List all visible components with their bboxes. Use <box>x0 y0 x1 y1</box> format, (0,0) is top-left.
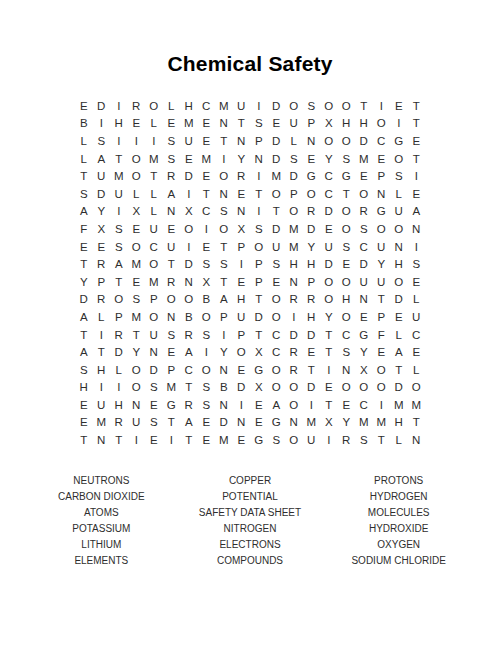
grid-cell-r5c9[interactable]: O <box>215 167 233 185</box>
grid-cell-r4c18[interactable]: E <box>373 150 391 168</box>
grid-cell-r2c17[interactable]: H <box>355 115 373 133</box>
grid-cell-r8c7[interactable]: O <box>180 220 198 238</box>
grid-cell-r14c20[interactable]: C <box>408 326 426 344</box>
grid-cell-r11c19[interactable]: O <box>390 273 408 291</box>
grid-cell-r4c19[interactable]: O <box>390 150 408 168</box>
grid-cell-r9c8[interactable]: E <box>198 238 216 256</box>
grid-cell-r6c17[interactable]: O <box>355 185 373 203</box>
grid-cell-r15c14[interactable]: E <box>303 343 321 361</box>
grid-cell-r17c18[interactable]: O <box>373 379 391 397</box>
grid-cell-r10c16[interactable]: E <box>338 255 356 273</box>
grid-cell-r16c5[interactable]: D <box>145 361 163 379</box>
grid-cell-r14c10[interactable]: P <box>233 326 251 344</box>
grid-cell-r18c2[interactable]: U <box>93 396 111 414</box>
grid-cell-r11c16[interactable]: O <box>338 273 356 291</box>
grid-cell-r12c12[interactable]: O <box>268 291 286 309</box>
grid-cell-r11c8[interactable]: X <box>198 273 216 291</box>
grid-cell-r14c3[interactable]: R <box>110 326 128 344</box>
grid-cell-r3c6[interactable]: S <box>163 132 181 150</box>
grid-cell-r13c5[interactable]: O <box>145 308 163 326</box>
grid-cell-r17c8[interactable]: S <box>198 379 216 397</box>
grid-cell-r9c9[interactable]: T <box>215 238 233 256</box>
grid-cell-r8c20[interactable]: N <box>408 220 426 238</box>
grid-cell-r1c8[interactable]: C <box>198 97 216 115</box>
grid-cell-r7c18[interactable]: G <box>373 203 391 221</box>
grid-cell-r3c15[interactable]: O <box>320 132 338 150</box>
grid-cell-r8c5[interactable]: U <box>145 220 163 238</box>
grid-cell-r10c20[interactable]: S <box>408 255 426 273</box>
grid-cell-r15c7[interactable]: A <box>180 343 198 361</box>
grid-cell-r9c5[interactable]: C <box>145 238 163 256</box>
grid-cell-r18c1[interactable]: E <box>75 396 93 414</box>
grid-cell-r17c12[interactable]: O <box>268 379 286 397</box>
grid-cell-r5c13[interactable]: D <box>285 167 303 185</box>
grid-cell-r13c8[interactable]: O <box>198 308 216 326</box>
grid-cell-r8c17[interactable]: S <box>355 220 373 238</box>
grid-cell-r12c4[interactable]: S <box>128 291 146 309</box>
grid-cell-r7c13[interactable]: O <box>285 203 303 221</box>
grid-cell-r18c14[interactable]: I <box>303 396 321 414</box>
grid-cell-r15c18[interactable]: E <box>373 343 391 361</box>
grid-cell-r13c11[interactable]: D <box>250 308 268 326</box>
grid-cell-r8c4[interactable]: E <box>128 220 146 238</box>
grid-cell-r10c9[interactable]: S <box>215 255 233 273</box>
grid-cell-r16c3[interactable]: L <box>110 361 128 379</box>
grid-cell-r2c6[interactable]: E <box>163 115 181 133</box>
grid-cell-r11c13[interactable]: N <box>285 273 303 291</box>
grid-cell-r9c7[interactable]: I <box>180 238 198 256</box>
grid-cell-r7c7[interactable]: X <box>180 203 198 221</box>
grid-cell-r15c5[interactable]: N <box>145 343 163 361</box>
grid-cell-r1c19[interactable]: E <box>390 97 408 115</box>
grid-cell-r16c13[interactable]: R <box>285 361 303 379</box>
grid-cell-r6c18[interactable]: N <box>373 185 391 203</box>
grid-cell-r8c19[interactable]: O <box>390 220 408 238</box>
grid-cell-r11c15[interactable]: O <box>320 273 338 291</box>
grid-cell-r7c17[interactable]: R <box>355 203 373 221</box>
grid-cell-r3c4[interactable]: I <box>128 132 146 150</box>
grid-cell-r17c11[interactable]: X <box>250 379 268 397</box>
grid-cell-r5c12[interactable]: M <box>268 167 286 185</box>
grid-cell-r20c10[interactable]: E <box>233 431 251 449</box>
grid-cell-r7c4[interactable]: X <box>128 203 146 221</box>
grid-cell-r1c2[interactable]: D <box>93 97 111 115</box>
grid-cell-r5c14[interactable]: G <box>303 167 321 185</box>
grid-cell-r2c2[interactable]: I <box>93 115 111 133</box>
grid-cell-r19c20[interactable]: T <box>408 414 426 432</box>
grid-cell-r16c7[interactable]: C <box>180 361 198 379</box>
grid-cell-r19c1[interactable]: E <box>75 414 93 432</box>
grid-cell-r6c16[interactable]: T <box>338 185 356 203</box>
grid-cell-r5c4[interactable]: O <box>128 167 146 185</box>
grid-cell-r18c11[interactable]: E <box>250 396 268 414</box>
grid-cell-r4c1[interactable]: L <box>75 150 93 168</box>
grid-cell-r2c7[interactable]: M <box>180 115 198 133</box>
grid-cell-r1c20[interactable]: T <box>408 97 426 115</box>
grid-cell-r1c14[interactable]: S <box>303 97 321 115</box>
grid-cell-r6c10[interactable]: E <box>233 185 251 203</box>
grid-cell-r19c13[interactable]: N <box>285 414 303 432</box>
grid-cell-r10c15[interactable]: D <box>320 255 338 273</box>
grid-cell-r1c18[interactable]: I <box>373 97 391 115</box>
grid-cell-r15c12[interactable]: C <box>268 343 286 361</box>
grid-cell-r15c15[interactable]: T <box>320 343 338 361</box>
grid-cell-r1c13[interactable]: O <box>285 97 303 115</box>
grid-cell-r19c14[interactable]: M <box>303 414 321 432</box>
grid-cell-r12c19[interactable]: D <box>390 291 408 309</box>
grid-cell-r11c10[interactable]: E <box>233 273 251 291</box>
grid-cell-r4c3[interactable]: T <box>110 150 128 168</box>
grid-cell-r10c14[interactable]: H <box>303 255 321 273</box>
grid-cell-r15c20[interactable]: E <box>408 343 426 361</box>
grid-cell-r3c7[interactable]: U <box>180 132 198 150</box>
grid-cell-r12c1[interactable]: D <box>75 291 93 309</box>
grid-cell-r8c18[interactable]: O <box>373 220 391 238</box>
grid-cell-r7c20[interactable]: A <box>408 203 426 221</box>
grid-cell-r20c11[interactable]: G <box>250 431 268 449</box>
grid-cell-r12c10[interactable]: H <box>233 291 251 309</box>
grid-cell-r12c3[interactable]: O <box>110 291 128 309</box>
grid-cell-r18c15[interactable]: T <box>320 396 338 414</box>
grid-cell-r8c11[interactable]: S <box>250 220 268 238</box>
grid-cell-r1c16[interactable]: O <box>338 97 356 115</box>
grid-cell-r16c15[interactable]: I <box>320 361 338 379</box>
grid-cell-r5c8[interactable]: E <box>198 167 216 185</box>
grid-cell-r4c13[interactable]: S <box>285 150 303 168</box>
grid-cell-r9c2[interactable]: E <box>93 238 111 256</box>
grid-cell-r19c3[interactable]: R <box>110 414 128 432</box>
grid-cell-r15c2[interactable]: T <box>93 343 111 361</box>
grid-cell-r14c6[interactable]: S <box>163 326 181 344</box>
grid-cell-r13c16[interactable]: O <box>338 308 356 326</box>
grid-cell-r11c2[interactable]: P <box>93 273 111 291</box>
grid-cell-r7c14[interactable]: R <box>303 203 321 221</box>
grid-cell-r2c1[interactable]: B <box>75 115 93 133</box>
grid-cell-r13c18[interactable]: P <box>373 308 391 326</box>
grid-cell-r4c2[interactable]: A <box>93 150 111 168</box>
grid-cell-r3c18[interactable]: C <box>373 132 391 150</box>
grid-cell-r9c6[interactable]: U <box>163 238 181 256</box>
grid-cell-r13c6[interactable]: N <box>163 308 181 326</box>
grid-cell-r14c13[interactable]: D <box>285 326 303 344</box>
grid-cell-r1c5[interactable]: O <box>145 97 163 115</box>
grid-cell-r15c1[interactable]: A <box>75 343 93 361</box>
grid-cell-r14c14[interactable]: D <box>303 326 321 344</box>
grid-cell-r6c8[interactable]: T <box>198 185 216 203</box>
grid-cell-r6c20[interactable]: E <box>408 185 426 203</box>
grid-cell-r13c15[interactable]: Y <box>320 308 338 326</box>
grid-cell-r13c2[interactable]: L <box>93 308 111 326</box>
grid-cell-r17c15[interactable]: E <box>320 379 338 397</box>
grid-cell-r16c1[interactable]: S <box>75 361 93 379</box>
grid-cell-r17c19[interactable]: D <box>390 379 408 397</box>
grid-cell-r3c9[interactable]: T <box>215 132 233 150</box>
grid-cell-r13c4[interactable]: M <box>128 308 146 326</box>
grid-cell-r11c3[interactable]: T <box>110 273 128 291</box>
grid-cell-r3c16[interactable]: O <box>338 132 356 150</box>
grid-cell-r18c12[interactable]: A <box>268 396 286 414</box>
grid-cell-r19c9[interactable]: D <box>215 414 233 432</box>
grid-cell-r10c19[interactable]: H <box>390 255 408 273</box>
grid-cell-r2c10[interactable]: T <box>233 115 251 133</box>
grid-cell-r16c2[interactable]: H <box>93 361 111 379</box>
grid-cell-r18c20[interactable]: M <box>408 396 426 414</box>
grid-cell-r12c7[interactable]: O <box>180 291 198 309</box>
grid-cell-r1c12[interactable]: D <box>268 97 286 115</box>
grid-cell-r9c12[interactable]: U <box>268 238 286 256</box>
grid-cell-r6c14[interactable]: O <box>303 185 321 203</box>
grid-cell-r9c14[interactable]: Y <box>303 238 321 256</box>
grid-cell-r5c3[interactable]: M <box>110 167 128 185</box>
grid-cell-r10c11[interactable]: P <box>250 255 268 273</box>
grid-cell-r16c11[interactable]: G <box>250 361 268 379</box>
grid-cell-r12c13[interactable]: R <box>285 291 303 309</box>
grid-cell-r9c16[interactable]: S <box>338 238 356 256</box>
grid-cell-r12c6[interactable]: O <box>163 291 181 309</box>
grid-cell-r5c18[interactable]: P <box>373 167 391 185</box>
grid-cell-r11c18[interactable]: U <box>373 273 391 291</box>
grid-cell-r6c7[interactable]: I <box>180 185 198 203</box>
grid-cell-r5c15[interactable]: C <box>320 167 338 185</box>
grid-cell-r20c7[interactable]: T <box>180 431 198 449</box>
grid-cell-r3c10[interactable]: N <box>233 132 251 150</box>
grid-cell-r3c11[interactable]: P <box>250 132 268 150</box>
grid-cell-r3c14[interactable]: N <box>303 132 321 150</box>
grid-cell-r20c3[interactable]: T <box>110 431 128 449</box>
grid-cell-r4c20[interactable]: T <box>408 150 426 168</box>
grid-cell-r20c14[interactable]: U <box>303 431 321 449</box>
grid-cell-r12c17[interactable]: N <box>355 291 373 309</box>
grid-cell-r17c4[interactable]: O <box>128 379 146 397</box>
grid-cell-r10c12[interactable]: S <box>268 255 286 273</box>
grid-cell-r15c6[interactable]: E <box>163 343 181 361</box>
grid-cell-r18c9[interactable]: N <box>215 396 233 414</box>
grid-cell-r3c19[interactable]: G <box>390 132 408 150</box>
grid-cell-r2c20[interactable]: T <box>408 115 426 133</box>
grid-cell-r12c14[interactable]: R <box>303 291 321 309</box>
grid-cell-r18c5[interactable]: E <box>145 396 163 414</box>
grid-cell-r6c11[interactable]: T <box>250 185 268 203</box>
grid-cell-r5c6[interactable]: R <box>163 167 181 185</box>
grid-cell-r13c12[interactable]: O <box>268 308 286 326</box>
grid-cell-r8c13[interactable]: M <box>285 220 303 238</box>
grid-cell-r7c19[interactable]: U <box>390 203 408 221</box>
grid-cell-r17c2[interactable]: I <box>93 379 111 397</box>
grid-cell-r14c1[interactable]: T <box>75 326 93 344</box>
grid-cell-r15c19[interactable]: A <box>390 343 408 361</box>
grid-cell-r13c10[interactable]: U <box>233 308 251 326</box>
grid-cell-r7c1[interactable]: A <box>75 203 93 221</box>
grid-cell-r15c3[interactable]: D <box>110 343 128 361</box>
grid-cell-r9c15[interactable]: U <box>320 238 338 256</box>
grid-cell-r14c7[interactable]: R <box>180 326 198 344</box>
grid-cell-r4c15[interactable]: Y <box>320 150 338 168</box>
grid-cell-r9c1[interactable]: E <box>75 238 93 256</box>
grid-cell-r1c10[interactable]: U <box>233 97 251 115</box>
grid-cell-r15c9[interactable]: Y <box>215 343 233 361</box>
grid-cell-r12c20[interactable]: L <box>408 291 426 309</box>
grid-cell-r13c1[interactable]: A <box>75 308 93 326</box>
grid-cell-r17c6[interactable]: M <box>163 379 181 397</box>
grid-cell-r4c9[interactable]: I <box>215 150 233 168</box>
grid-cell-r16c16[interactable]: N <box>338 361 356 379</box>
grid-cell-r20c5[interactable]: E <box>145 431 163 449</box>
grid-cell-r14c19[interactable]: L <box>390 326 408 344</box>
grid-cell-r9c19[interactable]: N <box>390 238 408 256</box>
grid-cell-r7c10[interactable]: N <box>233 203 251 221</box>
grid-cell-r11c7[interactable]: N <box>180 273 198 291</box>
grid-cell-r20c19[interactable]: L <box>390 431 408 449</box>
grid-cell-r20c16[interactable]: R <box>338 431 356 449</box>
grid-cell-r16c10[interactable]: E <box>233 361 251 379</box>
grid-cell-r18c6[interactable]: G <box>163 396 181 414</box>
grid-cell-r7c3[interactable]: I <box>110 203 128 221</box>
grid-cell-r7c16[interactable]: O <box>338 203 356 221</box>
grid-cell-r16c17[interactable]: X <box>355 361 373 379</box>
grid-cell-r19c11[interactable]: E <box>250 414 268 432</box>
grid-cell-r6c3[interactable]: U <box>110 185 128 203</box>
grid-cell-r2c4[interactable]: E <box>128 115 146 133</box>
grid-cell-r18c4[interactable]: N <box>128 396 146 414</box>
grid-cell-r2c12[interactable]: E <box>268 115 286 133</box>
grid-cell-r4c6[interactable]: S <box>163 150 181 168</box>
grid-cell-r8c3[interactable]: S <box>110 220 128 238</box>
grid-cell-r20c2[interactable]: N <box>93 431 111 449</box>
grid-cell-r14c11[interactable]: T <box>250 326 268 344</box>
grid-cell-r9c13[interactable]: M <box>285 238 303 256</box>
grid-cell-r3c3[interactable]: I <box>110 132 128 150</box>
grid-cell-r1c15[interactable]: O <box>320 97 338 115</box>
grid-cell-r20c17[interactable]: S <box>355 431 373 449</box>
grid-cell-r9c10[interactable]: P <box>233 238 251 256</box>
grid-cell-r6c9[interactable]: N <box>215 185 233 203</box>
grid-cell-r4c12[interactable]: D <box>268 150 286 168</box>
grid-cell-r1c11[interactable]: I <box>250 97 268 115</box>
grid-cell-r8c8[interactable]: I <box>198 220 216 238</box>
grid-cell-r16c18[interactable]: O <box>373 361 391 379</box>
grid-cell-r9c17[interactable]: C <box>355 238 373 256</box>
grid-cell-r7c5[interactable]: L <box>145 203 163 221</box>
grid-cell-r11c4[interactable]: E <box>128 273 146 291</box>
grid-cell-r4c16[interactable]: S <box>338 150 356 168</box>
grid-cell-r6c2[interactable]: D <box>93 185 111 203</box>
grid-cell-r13c19[interactable]: E <box>390 308 408 326</box>
grid-cell-r14c17[interactable]: G <box>355 326 373 344</box>
grid-cell-r14c9[interactable]: I <box>215 326 233 344</box>
grid-cell-r3c2[interactable]: S <box>93 132 111 150</box>
grid-cell-r19c12[interactable]: G <box>268 414 286 432</box>
grid-cell-r8c6[interactable]: E <box>163 220 181 238</box>
grid-cell-r6c4[interactable]: L <box>128 185 146 203</box>
grid-cell-r8c10[interactable]: X <box>233 220 251 238</box>
grid-cell-r3c12[interactable]: D <box>268 132 286 150</box>
grid-cell-r7c2[interactable]: Y <box>93 203 111 221</box>
grid-cell-r2c13[interactable]: U <box>285 115 303 133</box>
grid-cell-r19c5[interactable]: S <box>145 414 163 432</box>
grid-cell-r2c3[interactable]: H <box>110 115 128 133</box>
grid-cell-r16c4[interactable]: O <box>128 361 146 379</box>
grid-cell-r2c15[interactable]: X <box>320 115 338 133</box>
grid-cell-r8c14[interactable]: D <box>303 220 321 238</box>
grid-cell-r19c18[interactable]: M <box>373 414 391 432</box>
grid-cell-r16c6[interactable]: P <box>163 361 181 379</box>
grid-cell-r11c17[interactable]: U <box>355 273 373 291</box>
grid-cell-r10c5[interactable]: O <box>145 255 163 273</box>
grid-cell-r11c14[interactable]: P <box>303 273 321 291</box>
grid-cell-r16c19[interactable]: T <box>390 361 408 379</box>
grid-cell-r17c13[interactable]: O <box>285 379 303 397</box>
grid-cell-r14c8[interactable]: S <box>198 326 216 344</box>
grid-cell-r7c12[interactable]: T <box>268 203 286 221</box>
grid-cell-r13c9[interactable]: P <box>215 308 233 326</box>
grid-cell-r17c9[interactable]: B <box>215 379 233 397</box>
grid-cell-r15c16[interactable]: S <box>338 343 356 361</box>
grid-cell-r12c8[interactable]: B <box>198 291 216 309</box>
grid-cell-r20c8[interactable]: E <box>198 431 216 449</box>
grid-cell-r10c10[interactable]: I <box>233 255 251 273</box>
grid-cell-r18c16[interactable]: E <box>338 396 356 414</box>
grid-cell-r18c3[interactable]: H <box>110 396 128 414</box>
grid-cell-r17c17[interactable]: O <box>355 379 373 397</box>
grid-cell-r5c5[interactable]: T <box>145 167 163 185</box>
grid-cell-r19c4[interactable]: U <box>128 414 146 432</box>
grid-cell-r20c9[interactable]: M <box>215 431 233 449</box>
grid-cell-r12c11[interactable]: T <box>250 291 268 309</box>
grid-cell-r6c12[interactable]: O <box>268 185 286 203</box>
grid-cell-r6c15[interactable]: C <box>320 185 338 203</box>
grid-cell-r12c18[interactable]: T <box>373 291 391 309</box>
grid-cell-r10c1[interactable]: T <box>75 255 93 273</box>
grid-cell-r13c7[interactable]: B <box>180 308 198 326</box>
grid-cell-r10c7[interactable]: D <box>180 255 198 273</box>
grid-cell-r4c7[interactable]: E <box>180 150 198 168</box>
grid-cell-r20c4[interactable]: I <box>128 431 146 449</box>
grid-cell-r20c12[interactable]: S <box>268 431 286 449</box>
grid-cell-r5c11[interactable]: I <box>250 167 268 185</box>
grid-cell-r16c20[interactable]: L <box>408 361 426 379</box>
grid-cell-r17c7[interactable]: T <box>180 379 198 397</box>
grid-cell-r14c2[interactable]: I <box>93 326 111 344</box>
grid-cell-r17c1[interactable]: H <box>75 379 93 397</box>
grid-cell-r5c19[interactable]: S <box>390 167 408 185</box>
grid-cell-r7c9[interactable]: S <box>215 203 233 221</box>
grid-cell-r8c15[interactable]: E <box>320 220 338 238</box>
grid-cell-r10c3[interactable]: A <box>110 255 128 273</box>
grid-cell-r16c8[interactable]: O <box>198 361 216 379</box>
grid-cell-r12c5[interactable]: P <box>145 291 163 309</box>
grid-cell-r1c4[interactable]: R <box>128 97 146 115</box>
grid-cell-r1c6[interactable]: L <box>163 97 181 115</box>
grid-cell-r9c4[interactable]: O <box>128 238 146 256</box>
grid-cell-r18c13[interactable]: O <box>285 396 303 414</box>
grid-cell-r19c15[interactable]: X <box>320 414 338 432</box>
grid-cell-r16c9[interactable]: N <box>215 361 233 379</box>
grid-cell-r11c9[interactable]: T <box>215 273 233 291</box>
grid-cell-r5c2[interactable]: U <box>93 167 111 185</box>
grid-cell-r3c17[interactable]: D <box>355 132 373 150</box>
grid-cell-r10c2[interactable]: R <box>93 255 111 273</box>
grid-cell-r3c8[interactable]: E <box>198 132 216 150</box>
grid-cell-r11c11[interactable]: P <box>250 273 268 291</box>
grid-cell-r20c13[interactable]: O <box>285 431 303 449</box>
grid-cell-r19c6[interactable]: T <box>163 414 181 432</box>
grid-cell-r13c14[interactable]: H <box>303 308 321 326</box>
grid-cell-r7c11[interactable]: I <box>250 203 268 221</box>
grid-cell-r8c16[interactable]: O <box>338 220 356 238</box>
grid-cell-r5c10[interactable]: R <box>233 167 251 185</box>
grid-cell-r8c9[interactable]: O <box>215 220 233 238</box>
grid-cell-r12c16[interactable]: H <box>338 291 356 309</box>
